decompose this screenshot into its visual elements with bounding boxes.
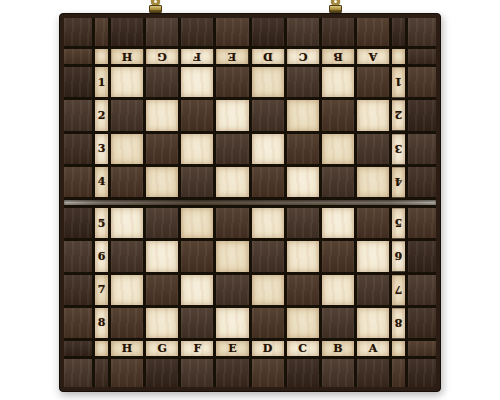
file-label-top-f: F — [181, 49, 213, 64]
file-label-top-c: C — [287, 49, 319, 64]
square-f3[interactable] — [181, 134, 213, 164]
square-e2[interactable] — [216, 100, 248, 130]
rank-label-right-7: 7 — [392, 275, 405, 305]
square-f2[interactable] — [181, 100, 213, 130]
square-a2[interactable] — [357, 100, 389, 130]
square-e3[interactable] — [216, 134, 248, 164]
square-g5[interactable] — [146, 208, 178, 238]
coord-corner — [392, 341, 405, 356]
file-label-bottom-e: E — [216, 341, 248, 356]
rank-label-right-4: 4 — [392, 167, 405, 197]
rank-label-left-7: 7 — [95, 275, 108, 305]
square-a5[interactable] — [357, 208, 389, 238]
square-b3[interactable] — [322, 134, 354, 164]
rank-label-left-5: 5 — [95, 208, 108, 238]
square-e4[interactable] — [216, 167, 248, 197]
border-square — [357, 18, 389, 46]
border-square — [64, 308, 92, 338]
border-square — [408, 208, 436, 238]
square-f4[interactable] — [181, 167, 213, 197]
border-square — [408, 49, 436, 64]
file-label-bottom-d: D — [252, 341, 284, 356]
border-square — [408, 167, 436, 197]
file-label-top-b: B — [322, 49, 354, 64]
square-f8[interactable] — [181, 308, 213, 338]
square-d3[interactable] — [252, 134, 284, 164]
square-d8[interactable] — [252, 308, 284, 338]
square-c6[interactable] — [287, 241, 319, 271]
square-h7[interactable] — [111, 275, 143, 305]
border-square — [111, 359, 143, 387]
rank-label-right-5: 5 — [392, 208, 405, 238]
border-square — [64, 67, 92, 97]
square-h5[interactable] — [111, 208, 143, 238]
border-square — [64, 49, 92, 64]
file-label-bottom-b: B — [322, 341, 354, 356]
border-square — [408, 275, 436, 305]
square-g4[interactable] — [146, 167, 178, 197]
square-c4[interactable] — [287, 167, 319, 197]
square-a4[interactable] — [357, 167, 389, 197]
square-b5[interactable] — [322, 208, 354, 238]
square-g6[interactable] — [146, 241, 178, 271]
square-h6[interactable] — [111, 241, 143, 271]
coord-corner — [95, 49, 108, 64]
brass-clasp-icon — [327, 0, 343, 15]
border-square — [64, 18, 92, 46]
square-a7[interactable] — [357, 275, 389, 305]
border-square — [322, 18, 354, 46]
square-g8[interactable] — [146, 308, 178, 338]
square-g7[interactable] — [146, 275, 178, 305]
border-square — [146, 359, 178, 387]
border-square — [408, 100, 436, 130]
square-c5[interactable] — [287, 208, 319, 238]
border-square — [322, 359, 354, 387]
board-grid: HGFEDCBA1122334455667788HGFEDCBA — [64, 18, 436, 387]
square-b1[interactable] — [322, 67, 354, 97]
border-square — [64, 208, 92, 238]
square-b8[interactable] — [322, 308, 354, 338]
file-label-bottom-c: C — [287, 341, 319, 356]
file-label-bottom-f: F — [181, 341, 213, 356]
clasp-plate-icon — [149, 5, 162, 13]
border-square — [408, 18, 436, 46]
border-square — [146, 18, 178, 46]
square-e1[interactable] — [216, 67, 248, 97]
border-square — [287, 18, 319, 46]
square-b4[interactable] — [322, 167, 354, 197]
rank-label-left-2: 2 — [95, 100, 108, 130]
border-square — [216, 18, 248, 46]
square-h2[interactable] — [111, 100, 143, 130]
square-d7[interactable] — [252, 275, 284, 305]
file-label-bottom-h: H — [111, 341, 143, 356]
square-f7[interactable] — [181, 275, 213, 305]
square-c2[interactable] — [287, 100, 319, 130]
border-square — [408, 134, 436, 164]
square-g3[interactable] — [146, 134, 178, 164]
file-label-top-a: A — [357, 49, 389, 64]
border-square — [408, 308, 436, 338]
square-c1[interactable] — [287, 67, 319, 97]
rank-label-right-3: 3 — [392, 134, 405, 164]
square-h3[interactable] — [111, 134, 143, 164]
rank-label-left-8: 8 — [95, 308, 108, 338]
border-square — [95, 359, 108, 387]
square-e5[interactable] — [216, 208, 248, 238]
square-b7[interactable] — [322, 275, 354, 305]
file-label-top-g: G — [146, 49, 178, 64]
border-square — [252, 359, 284, 387]
square-c7[interactable] — [287, 275, 319, 305]
rank-label-left-1: 1 — [95, 67, 108, 97]
border-square — [64, 275, 92, 305]
file-label-top-h: H — [111, 49, 143, 64]
border-square — [95, 18, 108, 46]
border-square — [64, 134, 92, 164]
border-square — [181, 18, 213, 46]
square-d6[interactable] — [252, 241, 284, 271]
rank-label-right-1: 1 — [392, 67, 405, 97]
border-square — [64, 359, 92, 387]
square-e8[interactable] — [216, 308, 248, 338]
file-label-bottom-g: G — [146, 341, 178, 356]
rank-label-left-3: 3 — [95, 134, 108, 164]
square-d4[interactable] — [252, 167, 284, 197]
square-a8[interactable] — [357, 308, 389, 338]
border-square — [64, 241, 92, 271]
square-a1[interactable] — [357, 67, 389, 97]
border-square — [408, 241, 436, 271]
square-a6[interactable] — [357, 241, 389, 271]
border-square — [252, 18, 284, 46]
square-g2[interactable] — [146, 100, 178, 130]
border-square — [64, 341, 92, 356]
border-square — [408, 67, 436, 97]
square-d1[interactable] — [252, 67, 284, 97]
rank-label-left-6: 6 — [95, 241, 108, 271]
file-label-top-d: D — [252, 49, 284, 64]
fold-seam — [64, 200, 436, 205]
square-h8[interactable] — [111, 308, 143, 338]
brass-clasp-icon — [147, 0, 163, 15]
file-label-top-e: E — [216, 49, 248, 64]
rank-label-right-8: 8 — [392, 308, 405, 338]
square-h4[interactable] — [111, 167, 143, 197]
square-f5[interactable] — [181, 208, 213, 238]
square-f6[interactable] — [181, 241, 213, 271]
coord-corner — [95, 341, 108, 356]
square-f1[interactable] — [181, 67, 213, 97]
border-square — [216, 359, 248, 387]
chess-board: HGFEDCBA1122334455667788HGFEDCBA — [59, 13, 441, 392]
square-g1[interactable] — [146, 67, 178, 97]
square-b2[interactable] — [322, 100, 354, 130]
clasp-plate-icon — [329, 5, 342, 13]
border-square — [64, 100, 92, 130]
border-square — [408, 341, 436, 356]
border-square — [408, 359, 436, 387]
border-square — [392, 18, 405, 46]
file-label-bottom-a: A — [357, 341, 389, 356]
border-square — [111, 18, 143, 46]
border-square — [64, 167, 92, 197]
square-c3[interactable] — [287, 134, 319, 164]
square-e6[interactable] — [216, 241, 248, 271]
border-square — [357, 359, 389, 387]
square-b6[interactable] — [322, 241, 354, 271]
square-a3[interactable] — [357, 134, 389, 164]
square-d2[interactable] — [252, 100, 284, 130]
square-c8[interactable] — [287, 308, 319, 338]
border-square — [181, 359, 213, 387]
square-h1[interactable] — [111, 67, 143, 97]
border-square — [392, 359, 405, 387]
rank-label-right-6: 6 — [392, 241, 405, 271]
coord-corner — [392, 49, 405, 64]
border-square — [287, 359, 319, 387]
square-d5[interactable] — [252, 208, 284, 238]
photo-canvas: HGFEDCBA1122334455667788HGFEDCBA — [0, 0, 500, 400]
rank-label-left-4: 4 — [95, 167, 108, 197]
rank-label-right-2: 2 — [392, 100, 405, 130]
square-e7[interactable] — [216, 275, 248, 305]
